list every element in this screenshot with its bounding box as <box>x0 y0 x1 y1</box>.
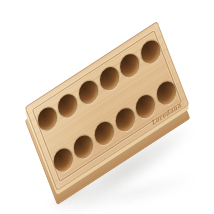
product-photo-canvas: Loredana <box>0 0 214 214</box>
pit-r2c6[interactable] <box>154 77 179 108</box>
pit-r1c6[interactable] <box>138 36 163 67</box>
